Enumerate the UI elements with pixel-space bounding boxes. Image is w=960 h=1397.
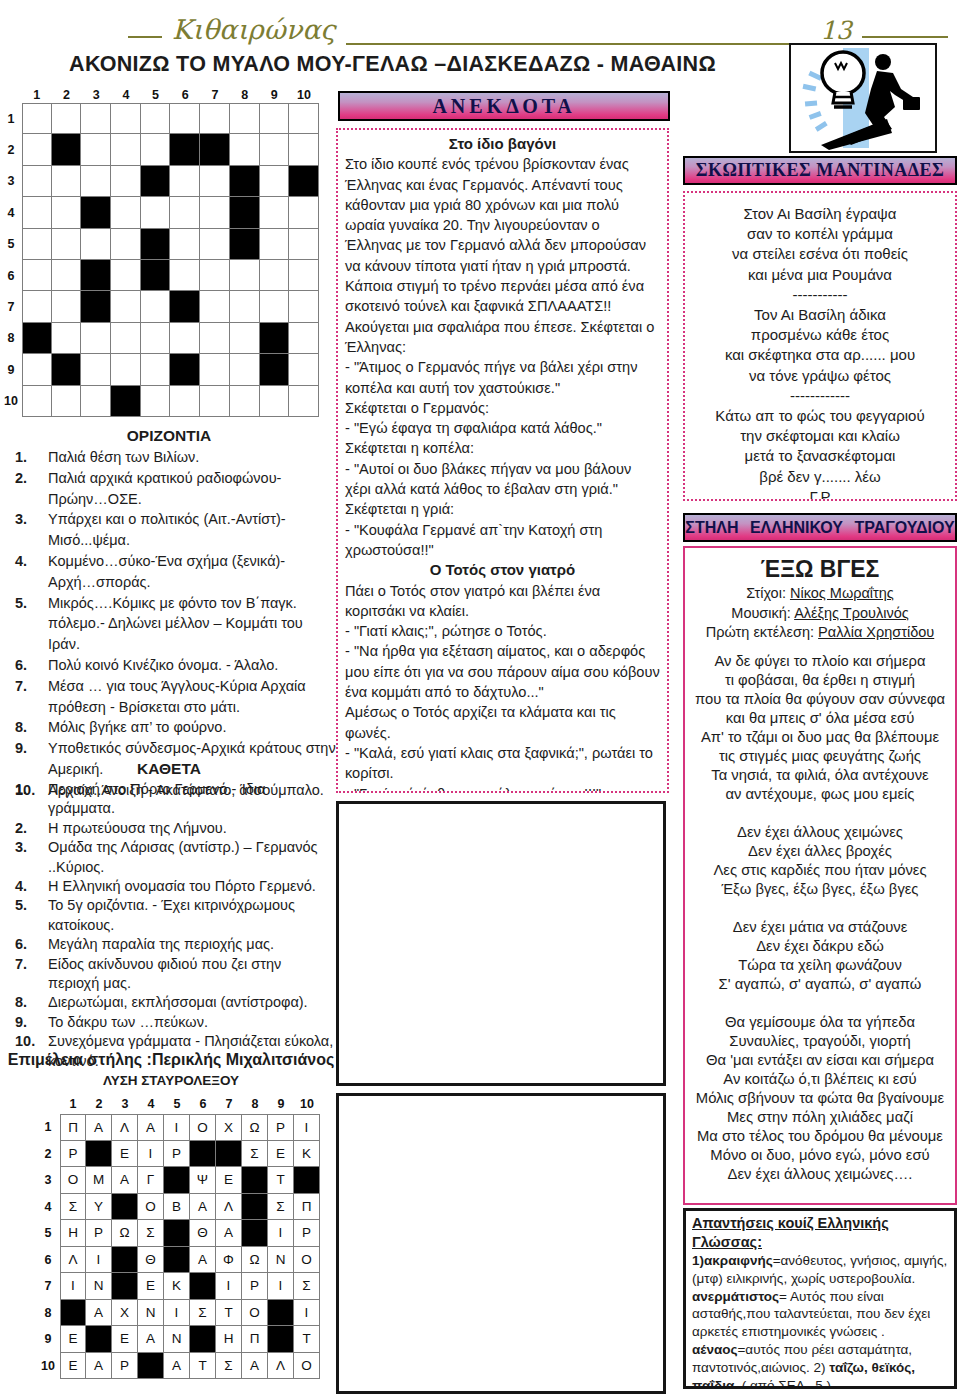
solution-cell: Ι <box>86 1247 112 1274</box>
grid-cell[interactable] <box>22 103 52 134</box>
solution-cell: Ω <box>242 1114 268 1141</box>
black-cell <box>242 1194 268 1221</box>
clue-text: Διερωτώμαι, εκπλήσσομαι (αντίστροφα). <box>48 993 336 1012</box>
solution-cell: Λ <box>268 1353 294 1380</box>
solution-cell: Ε <box>60 1353 86 1380</box>
clue-text: Υπάρχει και ο πολιτικός (Αιτ.-Αντίστ)- Μ… <box>48 509 336 551</box>
grid-cell[interactable] <box>289 260 319 291</box>
newspaper-name: Κιθαιρώνας <box>172 14 336 45</box>
grid-cell[interactable] <box>22 386 52 417</box>
credit-label: Μουσική: <box>731 605 791 621</box>
solution-cell: Τ <box>294 1326 320 1353</box>
black-cell <box>200 134 230 165</box>
grid-cell[interactable] <box>111 291 141 322</box>
solution-cell: Θ <box>138 1247 164 1274</box>
grid-cell[interactable] <box>141 197 171 228</box>
across-heading: ΟΡΙΖΟΝΤΙΑ <box>2 427 336 445</box>
grid-col-label: 1 <box>60 1094 86 1114</box>
down-clue-list: 1.Περιοχή στο Πόρτο Γερμενό.- Ίδια γράμμ… <box>2 780 336 1071</box>
grid-cell[interactable] <box>289 197 319 228</box>
solution-cell: Ε <box>216 1167 242 1194</box>
song-credit-performer: Πρώτη εκτέλεση: Ραλλία Χρηστίδου <box>685 623 955 643</box>
grid-cell[interactable] <box>200 260 230 291</box>
grid-cell[interactable] <box>22 197 52 228</box>
grid-cell[interactable] <box>22 354 52 385</box>
solution-cell: Α <box>138 1326 164 1353</box>
grid-cell[interactable] <box>230 103 260 134</box>
solution-cell: Σ <box>216 1353 242 1380</box>
grid-col-label: 8 <box>242 1094 268 1114</box>
grid-cell[interactable] <box>260 134 290 165</box>
clue-text: Μέσα … για τους Άγγλους-Κύρια Αρχαία πρό… <box>48 676 336 718</box>
black-cell <box>230 229 260 260</box>
song-credit-composer: Μουσική: Αλέξης Τρουλινός <box>685 604 955 624</box>
black-cell <box>112 1247 138 1274</box>
clue-number: 4. <box>2 877 48 896</box>
grid-cell[interactable] <box>22 166 52 197</box>
clue-item: 1.Περιοχή στο Πόρτο Γερμενό.- Ίδια γράμμ… <box>2 780 336 819</box>
grid-row-label: 10 <box>36 1353 60 1380</box>
grid-cell[interactable] <box>200 291 230 322</box>
quiz-answer: 1)ακραιφνής=ανόθευτος, γνήσιος, αμιγής, … <box>692 1252 948 1288</box>
black-cell <box>242 1220 268 1247</box>
grid-cell[interactable] <box>111 354 141 385</box>
black-cell <box>190 1141 216 1168</box>
solution-cell: Λ <box>216 1194 242 1221</box>
black-cell <box>190 1326 216 1353</box>
joke-body: Στο ίδιο κουπέ ενός τρένου βρίσκονταν έν… <box>345 154 660 560</box>
grid-row-label: 4 <box>0 197 22 228</box>
clue-number: 9. <box>2 1013 48 1032</box>
grid-cell[interactable] <box>230 260 260 291</box>
grid-cell[interactable] <box>81 386 111 417</box>
grid-cell[interactable] <box>141 291 171 322</box>
grid-cell[interactable] <box>81 166 111 197</box>
grid-corner <box>0 86 22 103</box>
clue-text: Το δάκρυ των …πεύκων. <box>48 1013 336 1032</box>
grid-cell[interactable] <box>81 229 111 260</box>
grid-cell[interactable] <box>22 260 52 291</box>
empty-box-2 <box>336 1093 666 1394</box>
clue-text: Μικρός….Κόμικς με φόντο τον Β΄παγκ. πόλε… <box>48 593 336 655</box>
clue-item: 3.Υπάρχει και ο πολιτικός (Αιτ.-Αντίστ)-… <box>2 509 336 551</box>
solution-cell: Ρ <box>86 1220 112 1247</box>
solution-cell: Θ <box>190 1220 216 1247</box>
black-cell <box>164 1167 190 1194</box>
grid-cell[interactable] <box>141 134 171 165</box>
grid-col-label: 5 <box>141 86 171 103</box>
credit-label: Στίχοι: <box>746 585 786 601</box>
grid-row-label: 1 <box>36 1114 60 1141</box>
song-box: ΈΞΩ ΒΓΕΣ Στίχοι: Νίκος Μωραΐτης Μουσική:… <box>683 546 957 1205</box>
grid-cell[interactable] <box>111 103 141 134</box>
clue-item: 5.Το 5γ οριζόντια. - Έχει κιτρινόχρωμους… <box>2 896 336 935</box>
solution-cell: Α <box>190 1247 216 1274</box>
grid-cell[interactable] <box>52 386 82 417</box>
page-number: 13 <box>820 16 852 45</box>
grid-cell[interactable] <box>260 103 290 134</box>
solution-cell: Π <box>242 1326 268 1353</box>
grid-row-label: 9 <box>0 354 22 385</box>
grid-cell[interactable] <box>260 260 290 291</box>
grid-cell[interactable] <box>81 134 111 165</box>
black-cell <box>22 323 52 354</box>
clue-item: 1.Παλιά θέση των Βιλίων. <box>2 447 336 468</box>
solution-cell: Ρ <box>294 1220 320 1247</box>
solution-cell: Φ <box>216 1247 242 1274</box>
solution-cell: Ρ <box>164 1141 190 1168</box>
column-credit: Επιμέλεια στήλης :Περικλής Μιχαλιτσιάνος <box>0 1051 342 1069</box>
solution-cell: Σ <box>294 1273 320 1300</box>
solution-cell: Ι <box>216 1273 242 1300</box>
black-cell <box>141 229 171 260</box>
solution-cell: Η <box>216 1326 242 1353</box>
grid-col-label: 10 <box>289 86 319 103</box>
clue-number: 4. <box>2 551 48 593</box>
grid-cell[interactable] <box>22 229 52 260</box>
down-clues-section: ΚΑΘΕΤΑ 1.Περιοχή στο Πόρτο Γερμενό.- Ίδι… <box>2 760 336 1071</box>
clue-item: 8.Διερωτώμαι, εκπλήσσομαι (αντίστροφα). <box>2 993 336 1012</box>
grid-row-label: 2 <box>36 1141 60 1168</box>
black-cell <box>81 291 111 322</box>
quiz-answer: ανερμάτιστος= Αυτός που είναι ασταθής,πο… <box>692 1288 948 1341</box>
solution-cell: Ρ <box>268 1114 294 1141</box>
empty-box-1 <box>336 801 666 1086</box>
grid-row-label: 7 <box>36 1273 60 1300</box>
mantinades-box: Στον Αι Βασίλη έγραψα σαν το κοπέλι γράμ… <box>683 191 957 501</box>
grid-cell[interactable] <box>289 386 319 417</box>
black-cell <box>81 260 111 291</box>
joke-body: Πάει ο Τοτός στον γιατρό και βλέπει ένα … <box>345 581 660 793</box>
clue-number: 5. <box>2 593 48 655</box>
solution-cell: Ο <box>294 1353 320 1380</box>
quiz-page-ref: ( από ΣΕΛ . 5 ) <box>738 1378 831 1389</box>
solution-cell: Ο <box>138 1194 164 1221</box>
solution-cell: Σ <box>242 1141 268 1168</box>
black-cell <box>230 197 260 228</box>
black-cell <box>111 386 141 417</box>
solution-cell: Τ <box>268 1167 294 1194</box>
grid-cell[interactable] <box>260 197 290 228</box>
clue-item: 2.Παλιά αρχικά κρατικού ραδιοφώνου- Πρώη… <box>2 468 336 510</box>
credit-value: Νίκος Μωραΐτης <box>790 585 894 601</box>
mantinades-banner: ΣΚΩΠΤΙΚΕΣ ΜΑΝΤΙΝΑΔΕΣ <box>683 156 957 185</box>
black-cell <box>164 1220 190 1247</box>
black-cell <box>260 354 290 385</box>
solution-cell: Κ <box>164 1273 190 1300</box>
solution-cell: Ν <box>268 1247 294 1274</box>
grid-cell[interactable] <box>170 103 200 134</box>
quiz-term: ανερμάτιστος <box>692 1289 779 1304</box>
joke-title: Ο Τοτός στον γιατρό <box>345 560 660 580</box>
clue-text: Είδος ακίνδυνου φιδιού που ζει στην περι… <box>48 955 336 994</box>
mantinades-banner-label: ΣΚΩΠΤΙΚΕΣ ΜΑΝΤΙΝΑΔΕΣ <box>696 160 945 181</box>
clue-number: 5. <box>2 896 48 935</box>
masthead-rule <box>346 43 811 45</box>
grid-cell[interactable] <box>200 166 230 197</box>
solution-cell: Σ <box>138 1220 164 1247</box>
clue-item: 2.Η πρωτεύουσα της Λήμνου. <box>2 819 336 838</box>
quiz-term: αέναος <box>692 1342 737 1357</box>
grid-cell[interactable] <box>52 103 82 134</box>
solution-cell: Ε <box>60 1326 86 1353</box>
grid-col-label: 7 <box>216 1094 242 1114</box>
grid-col-label: 10 <box>294 1094 320 1114</box>
solution-cell: Η <box>60 1220 86 1247</box>
grid-cell[interactable] <box>81 103 111 134</box>
grid-cell[interactable] <box>260 291 290 322</box>
black-cell <box>216 1141 242 1168</box>
clue-text: Το 5γ οριζόντια. - Έχει κιτρινόχρωμους κ… <box>48 896 336 935</box>
clue-text: Κομμένο…σύκο-Ένα σχήμα (ξενικά)- Αρχή…σπ… <box>48 551 336 593</box>
grid-cell[interactable] <box>22 291 52 322</box>
grid-cell[interactable] <box>111 260 141 291</box>
solution-cell: Π <box>60 1114 86 1141</box>
solution-cell: Ο <box>242 1300 268 1327</box>
black-cell <box>289 166 319 197</box>
solution-cell: Ι <box>268 1273 294 1300</box>
solution-cell: Λ <box>60 1247 86 1274</box>
clue-text: Παλιά θέση των Βιλίων. <box>48 447 336 468</box>
black-cell <box>81 197 111 228</box>
black-cell <box>268 1326 294 1353</box>
grid-cell[interactable] <box>289 323 319 354</box>
black-cell <box>164 1247 190 1274</box>
solution-cell: Α <box>86 1300 112 1327</box>
solution-cell: Ι <box>164 1114 190 1141</box>
clue-number: 8. <box>2 993 48 1012</box>
clue-item: 8.Μόλις βγήκε απ’ το φούρνο. <box>2 717 336 738</box>
black-cell <box>141 166 171 197</box>
song-title: ΈΞΩ ΒΓΕΣ <box>685 554 955 584</box>
solution-cell: Σ <box>190 1300 216 1327</box>
solution-cell: Ο <box>294 1247 320 1274</box>
clue-text: Πολύ κοινό Κινέζικο όνομα. - Άλαλο. <box>48 655 336 676</box>
solution-cell: Ι <box>138 1141 164 1168</box>
grid-col-label: 4 <box>111 86 141 103</box>
solution-cell: Α <box>112 1167 138 1194</box>
jokes-box: Στο ίδιο βαγόνι Στο ίδιο κουπέ ενός τρέν… <box>336 128 669 793</box>
clue-item: 6.Μεγάλη παραλία της περιοχής μας. <box>2 935 336 954</box>
solution-cell: Ω <box>112 1220 138 1247</box>
grid-cell[interactable] <box>111 229 141 260</box>
solution-cell: Ι <box>60 1273 86 1300</box>
grid-cell[interactable] <box>200 103 230 134</box>
solution-cell: Ε <box>112 1326 138 1353</box>
clue-item: 7.Είδος ακίνδυνου φιδιού που ζει στην πε… <box>2 955 336 994</box>
solution-cell: Α <box>138 1114 164 1141</box>
black-cell <box>112 1273 138 1300</box>
solution-cell: Ο <box>60 1167 86 1194</box>
clue-text: Ομάδα της Λάρισας (αντίστρ.) – Γερμανός … <box>48 838 336 877</box>
clue-item: 5.Μικρός….Κόμικς με φόντο τον Β΄παγκ. πό… <box>2 593 336 655</box>
grid-cell[interactable] <box>52 229 82 260</box>
grid-cell[interactable] <box>111 197 141 228</box>
grid-row-label: 8 <box>36 1300 60 1327</box>
black-cell <box>268 1300 294 1327</box>
solution-cell: Σ <box>268 1194 294 1221</box>
grid-cell[interactable] <box>200 386 230 417</box>
clue-number: 6. <box>2 655 48 676</box>
song-credit-lyricist: Στίχοι: Νίκος Μωραΐτης <box>685 584 955 604</box>
solution-cell: Ρ <box>242 1273 268 1300</box>
solution-cell: Μ <box>86 1167 112 1194</box>
grid-cell[interactable] <box>52 197 82 228</box>
solution-cell: Ι <box>164 1300 190 1327</box>
clue-number: 3. <box>2 509 48 551</box>
solution-cell: Π <box>294 1194 320 1221</box>
solution-cell: Γ <box>138 1167 164 1194</box>
grid-col-label: 9 <box>268 1094 294 1114</box>
solution-cell: Ν <box>138 1300 164 1327</box>
solution-cell: Ι <box>294 1300 320 1327</box>
grid-cell[interactable] <box>200 323 230 354</box>
grid-cell[interactable] <box>52 323 82 354</box>
jokes-banner-label: ΑΝΕΚΔΟΤΑ <box>432 95 575 118</box>
grid-cell[interactable] <box>170 323 200 354</box>
grid-cell[interactable] <box>52 291 82 322</box>
grid-cell[interactable] <box>260 386 290 417</box>
grid-row-label: 7 <box>0 291 22 322</box>
grid-cell[interactable] <box>289 354 319 385</box>
grid-cell[interactable] <box>111 323 141 354</box>
clue-item: 3.Ομάδα της Λάρισας (αντίστρ.) – Γερμανό… <box>2 838 336 877</box>
quiz-answers-box: Απαντήσεις κουίζ Ελληνικής Γλώσσας: 1)ακ… <box>683 1208 957 1389</box>
across-clue-list: 1.Παλιά θέση των Βιλίων.2.Παλιά αρχικά κ… <box>2 447 336 801</box>
solution-cell: Α <box>86 1114 112 1141</box>
masthead: Κιθαιρώνας 13 <box>128 14 948 45</box>
grid-cell[interactable] <box>289 229 319 260</box>
masthead-rule <box>128 36 162 38</box>
grid-cell[interactable] <box>170 386 200 417</box>
grid-col-label: 6 <box>170 86 200 103</box>
grid-cell[interactable] <box>52 260 82 291</box>
clue-number: 2. <box>2 468 48 510</box>
solution-cell: Ω <box>242 1247 268 1274</box>
clue-number: 2. <box>2 819 48 838</box>
solution-cell: Ψ <box>190 1167 216 1194</box>
crossword-solution-grid: 123456789101ΠΑΛΑΙΟΧΩΡΙ2ΡΕΙΡΣΕΚ3ΟΜΑΓΨΕΤ4Σ… <box>36 1094 320 1379</box>
grid-cell[interactable] <box>289 134 319 165</box>
grid-cell[interactable] <box>141 323 171 354</box>
clue-item: 4.Κομμένο…σύκο-Ένα σχήμα (ξενικά)- Αρχή…… <box>2 551 336 593</box>
grid-row-label: 4 <box>36 1194 60 1221</box>
grid-corner <box>36 1094 60 1114</box>
solution-cell: Α <box>190 1194 216 1221</box>
grid-cell[interactable] <box>170 197 200 228</box>
solution-title: ΛΥΣΗ ΣΤΑΥΡΟΛΕΞΟΥ <box>0 1073 342 1088</box>
grid-col-label: 4 <box>138 1094 164 1114</box>
black-cell <box>60 1300 86 1327</box>
grid-row-label: 3 <box>0 166 22 197</box>
grid-cell[interactable] <box>200 354 230 385</box>
grid-cell[interactable] <box>230 386 260 417</box>
clue-number: 1. <box>2 780 48 819</box>
grid-cell[interactable] <box>141 103 171 134</box>
grid-col-label: 9 <box>260 86 290 103</box>
grid-col-label: 2 <box>52 86 82 103</box>
grid-cell[interactable] <box>141 354 171 385</box>
grid-cell[interactable] <box>111 166 141 197</box>
joke-title: Στο ίδιο βαγόνι <box>345 134 660 154</box>
grid-cell[interactable] <box>200 197 230 228</box>
clue-item: 4.Η Ελληνική ονομασία του Πόρτο Γερμενό. <box>2 877 336 896</box>
quiz-term: 1)ακραιφνής <box>692 1253 773 1268</box>
grid-cell[interactable] <box>111 134 141 165</box>
grid-cell[interactable] <box>141 386 171 417</box>
grid-cell[interactable] <box>170 166 200 197</box>
grid-cell[interactable] <box>230 291 260 322</box>
clue-text: Μόλις βγήκε απ’ το φούρνο. <box>48 717 336 738</box>
grid-cell[interactable] <box>52 166 82 197</box>
grid-cell[interactable] <box>260 166 290 197</box>
solution-cell: Τ <box>190 1353 216 1380</box>
solution-cell: Α <box>86 1353 112 1380</box>
black-cell <box>138 1353 164 1380</box>
grid-cell[interactable] <box>170 229 200 260</box>
grid-cell[interactable] <box>230 323 260 354</box>
clue-number: 6. <box>2 935 48 954</box>
grid-row-label: 3 <box>36 1167 60 1194</box>
clue-number: 8. <box>2 717 48 738</box>
black-cell <box>141 260 171 291</box>
grid-cell[interactable] <box>200 229 230 260</box>
black-cell <box>242 1167 268 1194</box>
solution-cell: Ο <box>190 1114 216 1141</box>
grid-cell[interactable] <box>260 229 290 260</box>
credit-label: Πρώτη εκτέλεση: <box>706 624 814 640</box>
solution-cell: Σ <box>60 1194 86 1221</box>
clue-item: 7.Μέσα … για τους Άγγλους-Κύρια Αρχαία π… <box>2 676 336 718</box>
black-cell <box>52 354 82 385</box>
black-cell <box>294 1167 320 1194</box>
black-cell <box>86 1326 112 1353</box>
credit-value: Ραλλία Χρηστίδου <box>818 624 934 640</box>
grid-cell[interactable] <box>230 134 260 165</box>
quiz-heading: Απαντήσεις κουίζ Ελληνικής Γλώσσας: <box>692 1215 889 1250</box>
grid-cell[interactable] <box>22 134 52 165</box>
clue-item: 9.Το δάκρυ των …πεύκων. <box>2 1013 336 1032</box>
clue-item: 6.Πολύ κοινό Κινέζικο όνομα. - Άλαλο. <box>2 655 336 676</box>
across-clues-section: ΟΡΙΖΟΝΤΙΑ 1.Παλιά θέση των Βιλίων.2.Παλι… <box>2 427 336 801</box>
grid-col-label: 7 <box>200 86 230 103</box>
grid-col-label: 6 <box>190 1094 216 1114</box>
song-lyrics: Αν δε φύγει το πλοίο και σήμερα τι φοβάσ… <box>685 652 955 1184</box>
solution-cell: Υ <box>86 1194 112 1221</box>
clue-number: 3. <box>2 838 48 877</box>
grid-cell[interactable] <box>81 354 111 385</box>
grid-cell[interactable] <box>81 323 111 354</box>
black-cell <box>170 354 200 385</box>
clue-number: 1. <box>2 447 48 468</box>
quiz-answer: αέναος=αυτός που ρέει ασταμάτητα, παντοτ… <box>692 1341 948 1389</box>
solution-cell: Ν <box>86 1273 112 1300</box>
grid-cell[interactable] <box>289 103 319 134</box>
solution-cell: Α <box>164 1353 190 1380</box>
black-cell <box>260 323 290 354</box>
solution-cell: Τ <box>216 1300 242 1327</box>
grid-cell[interactable] <box>289 291 319 322</box>
clue-text: Η πρωτεύουσα της Λήμνου. <box>48 819 336 838</box>
solution-cell: Χ <box>112 1300 138 1327</box>
grid-row-label: 6 <box>0 260 22 291</box>
solution-cell: Α <box>216 1220 242 1247</box>
solution-cell: Ι <box>294 1114 320 1141</box>
grid-cell[interactable] <box>170 260 200 291</box>
grid-cell[interactable] <box>230 354 260 385</box>
solution-cell: Ρ <box>112 1353 138 1380</box>
clue-text: Περιοχή στο Πόρτο Γερμενό.- Ίδια γράμματ… <box>48 780 336 819</box>
